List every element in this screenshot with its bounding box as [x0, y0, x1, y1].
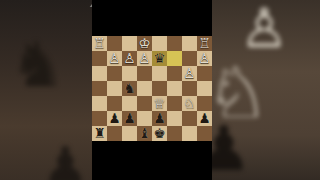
- square-e2[interactable]: ♙: [137, 51, 152, 66]
- square-a2[interactable]: ♙: [197, 51, 212, 66]
- piece-black-pawn[interactable]: ♟: [122, 111, 137, 126]
- blurred-black-pawn: ♟: [212, 118, 252, 180]
- chess-board: ♖♔♖♙♙♙♛♙♙♞♕♘♟♟♟♟♜♝♚: [92, 36, 212, 156]
- square-g7[interactable]: [107, 126, 122, 141]
- video-frame: { "game": "chess", "view": { "perspectiv…: [0, 0, 320, 180]
- square-f1[interactable]: [122, 36, 137, 51]
- square-g1[interactable]: [107, 36, 122, 51]
- square-c1[interactable]: [167, 36, 182, 51]
- square-h7[interactable]: ♜: [92, 126, 107, 141]
- square-a4[interactable]: [197, 81, 212, 96]
- square-e5[interactable]: [137, 96, 152, 111]
- square-b7[interactable]: [182, 126, 197, 141]
- square-a6[interactable]: ♟: [197, 111, 212, 126]
- square-g3[interactable]: [107, 66, 122, 81]
- square-e6[interactable]: [137, 111, 152, 126]
- blurred-white-pawn: ♙: [240, 2, 288, 56]
- square-h4[interactable]: [92, 81, 107, 96]
- square-e3[interactable]: [137, 66, 152, 81]
- piece-white-pawn[interactable]: ♙: [137, 51, 152, 66]
- square-e1[interactable]: ♔: [137, 36, 152, 51]
- piece-black-pawn[interactable]: ♟: [197, 111, 212, 126]
- square-c4[interactable]: [167, 81, 182, 96]
- square-b3[interactable]: ♙: [182, 66, 197, 81]
- piece-white-rook[interactable]: ♖: [92, 36, 107, 51]
- square-f5[interactable]: [122, 96, 137, 111]
- square-b6[interactable]: [182, 111, 197, 126]
- letterbox-bottom: [92, 141, 212, 180]
- square-a5[interactable]: [197, 96, 212, 111]
- square-b1[interactable]: [182, 36, 197, 51]
- square-g2[interactable]: ♙: [107, 51, 122, 66]
- blurred-backdrop-left: ♞♟: [0, 0, 92, 180]
- square-d3[interactable]: [152, 66, 167, 81]
- square-h3[interactable]: [92, 66, 107, 81]
- blurred-backdrop-right: ♙♘♟: [212, 0, 320, 180]
- blurred-black-knight: ♞: [10, 34, 66, 96]
- piece-black-rook[interactable]: ♜: [92, 126, 107, 141]
- piece-white-rook[interactable]: ♖: [197, 36, 212, 51]
- square-d1[interactable]: [152, 36, 167, 51]
- square-h1[interactable]: ♖: [92, 36, 107, 51]
- square-d4[interactable]: [152, 81, 167, 96]
- square-g6[interactable]: ♟: [107, 111, 122, 126]
- piece-white-king[interactable]: ♔: [137, 36, 152, 51]
- blurred-black-pawn: ♟: [42, 140, 89, 180]
- square-f7[interactable]: [122, 126, 137, 141]
- square-c6[interactable]: [167, 111, 182, 126]
- letterbox-top: [92, 0, 212, 36]
- square-g5[interactable]: [107, 96, 122, 111]
- piece-white-pawn[interactable]: ♙: [197, 51, 212, 66]
- piece-black-knight[interactable]: ♞: [122, 81, 137, 96]
- square-h5[interactable]: [92, 96, 107, 111]
- square-d5[interactable]: ♕: [152, 96, 167, 111]
- square-g4[interactable]: [107, 81, 122, 96]
- square-e4[interactable]: [137, 81, 152, 96]
- square-f2[interactable]: ♙: [122, 51, 137, 66]
- square-h6[interactable]: [92, 111, 107, 126]
- square-d7[interactable]: ♚: [152, 126, 167, 141]
- square-h2[interactable]: [92, 51, 107, 66]
- piece-white-queen[interactable]: ♕: [152, 96, 167, 111]
- square-c7[interactable]: [167, 126, 182, 141]
- square-f3[interactable]: [122, 66, 137, 81]
- square-c5[interactable]: [167, 96, 182, 111]
- square-a1[interactable]: ♖: [197, 36, 212, 51]
- square-e7[interactable]: ♝: [137, 126, 152, 141]
- piece-white-pawn[interactable]: ♙: [122, 51, 137, 66]
- piece-white-knight[interactable]: ♘: [182, 96, 197, 111]
- square-b5[interactable]: ♘: [182, 96, 197, 111]
- piece-black-pawn[interactable]: ♟: [152, 111, 167, 126]
- square-b4[interactable]: [182, 81, 197, 96]
- piece-black-queen[interactable]: ♛: [152, 51, 167, 66]
- square-b2[interactable]: [182, 51, 197, 66]
- square-c3[interactable]: [167, 66, 182, 81]
- video-strip: ♖♔♖♙♙♙♛♙♙♞♕♘♟♟♟♟♜♝♚: [92, 0, 212, 180]
- square-f6[interactable]: ♟: [122, 111, 137, 126]
- square-f4[interactable]: ♞: [122, 81, 137, 96]
- square-d6[interactable]: ♟: [152, 111, 167, 126]
- piece-black-bishop[interactable]: ♝: [137, 126, 152, 141]
- square-a3[interactable]: [197, 66, 212, 81]
- square-d2[interactable]: ♛: [152, 51, 167, 66]
- piece-white-pawn[interactable]: ♙: [107, 51, 122, 66]
- piece-black-king[interactable]: ♚: [152, 126, 167, 141]
- square-a7[interactable]: [197, 126, 212, 141]
- piece-black-pawn[interactable]: ♟: [107, 111, 122, 126]
- square-c2[interactable]: [167, 51, 182, 66]
- piece-white-pawn[interactable]: ♙: [182, 66, 197, 81]
